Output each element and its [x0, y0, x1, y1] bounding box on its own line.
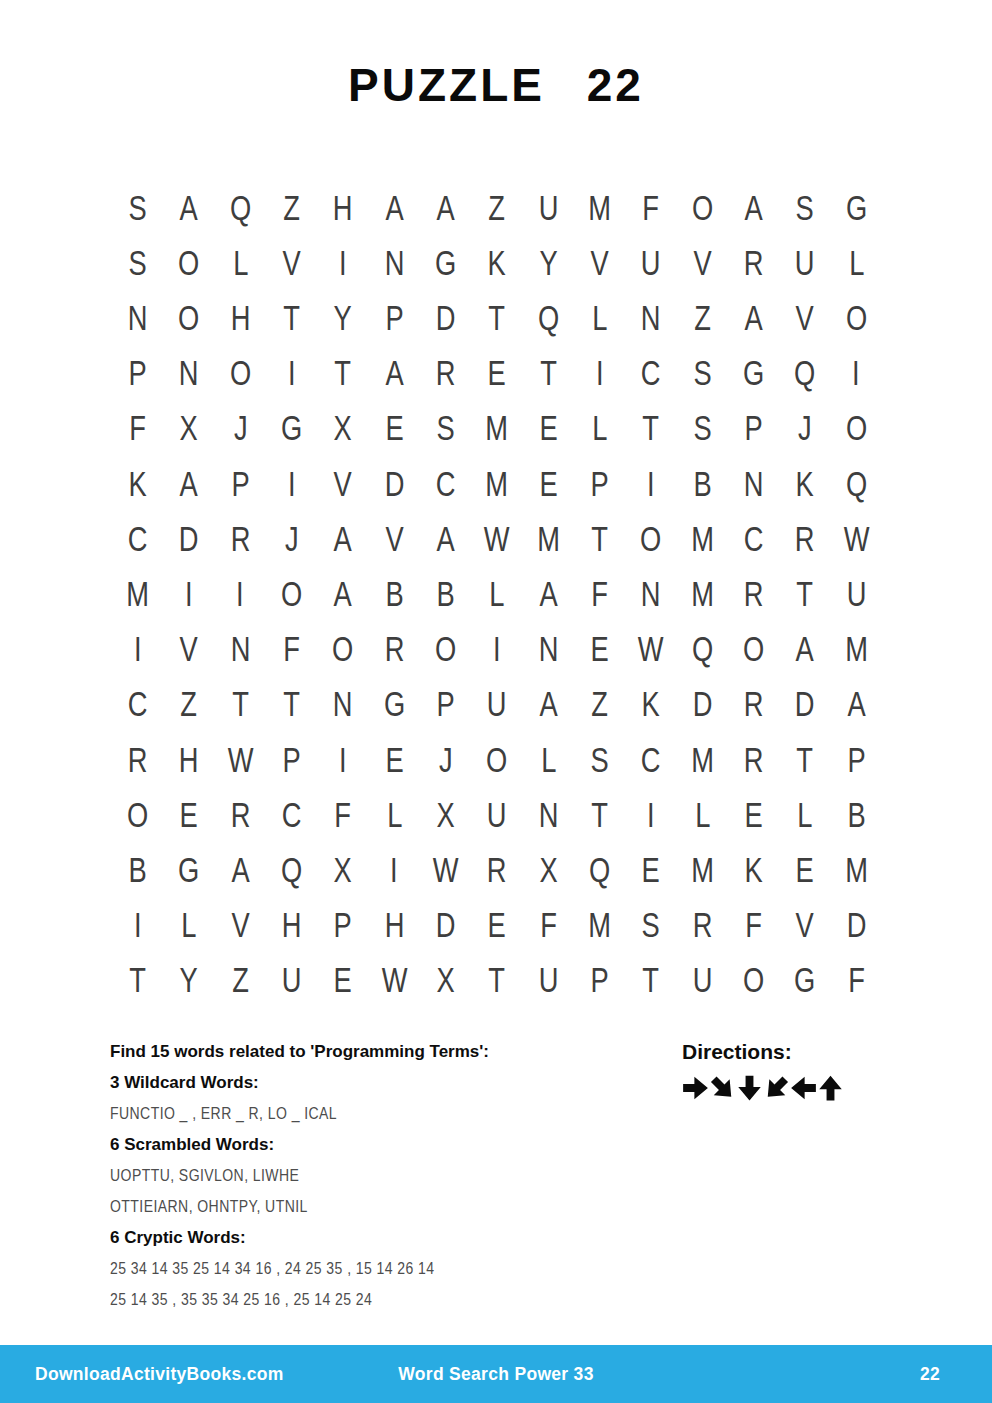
word-search-grid: SAQZHAAZUMFOASGSOLVINGKYVUVRULNOHTYPDTQL…	[112, 180, 882, 1008]
letter-cell: U	[266, 953, 317, 1008]
letter-cell: R	[215, 787, 266, 842]
letter-cell: N	[317, 677, 368, 732]
letter-cell: M	[831, 842, 882, 897]
letter-cell: M	[112, 566, 163, 621]
letter-cell: O	[677, 180, 728, 235]
letter-cell: O	[728, 953, 779, 1008]
letter-cell: J	[779, 401, 830, 456]
letter-cell: O	[471, 732, 522, 787]
letter-cell: E	[779, 842, 830, 897]
letter-cell: X	[317, 401, 368, 456]
letter-cell: B	[420, 566, 471, 621]
letter-cell: O	[163, 290, 214, 345]
letter-cell: A	[728, 290, 779, 345]
letter-cell: O	[317, 622, 368, 677]
down-right-arrow-icon	[709, 1070, 736, 1106]
scrambled-words-text-1: UOPTTU, SGIVLON, LIWHE	[110, 1160, 299, 1191]
letter-cell: Z	[266, 180, 317, 235]
letter-cell: R	[677, 898, 728, 953]
letter-cell: D	[420, 290, 471, 345]
letter-cell: I	[163, 566, 214, 621]
letter-cell: V	[574, 235, 625, 290]
letter-cell: O	[831, 290, 882, 345]
letter-cell: P	[112, 346, 163, 401]
letter-cell: L	[831, 235, 882, 290]
letter-cell: A	[420, 511, 471, 566]
cryptic-words-list-1: 25 34 14 35 25 14 34 16 , 24 25 35 , 15 …	[110, 1253, 670, 1284]
letter-cell: G	[369, 677, 420, 732]
letter-cell: R	[728, 732, 779, 787]
letter-cell: T	[266, 677, 317, 732]
letter-cell: T	[112, 953, 163, 1008]
letter-cell: P	[215, 456, 266, 511]
scrambled-words-label: 6 Scrambled Words:	[110, 1129, 670, 1160]
letter-cell: V	[779, 290, 830, 345]
letter-cell: C	[266, 787, 317, 842]
letter-cell: T	[266, 290, 317, 345]
letter-cell: B	[369, 566, 420, 621]
letter-cell: M	[677, 732, 728, 787]
letter-cell: I	[574, 346, 625, 401]
letter-cell: H	[163, 732, 214, 787]
cryptic-words-label: 6 Cryptic Words:	[110, 1222, 670, 1253]
letter-cell: N	[369, 235, 420, 290]
letter-cell: E	[163, 787, 214, 842]
letter-cell: P	[369, 290, 420, 345]
letter-cell: F	[523, 898, 574, 953]
letter-cell: I	[215, 566, 266, 621]
letter-cell: R	[728, 566, 779, 621]
letter-cell: O	[266, 566, 317, 621]
directions-section: Directions:	[682, 1036, 844, 1106]
letter-cell: U	[831, 566, 882, 621]
letter-cell: S	[420, 401, 471, 456]
letter-cell: C	[625, 346, 676, 401]
direction-arrows	[682, 1070, 844, 1106]
cryptic-words-text-1: 25 34 14 35 25 14 34 16 , 24 25 35 , 15 …	[110, 1253, 435, 1284]
letter-cell: A	[163, 180, 214, 235]
letter-cell: N	[163, 346, 214, 401]
letter-cell: T	[574, 787, 625, 842]
down-left-arrow-icon	[763, 1070, 790, 1106]
letter-cell: S	[112, 235, 163, 290]
letter-cell: U	[625, 235, 676, 290]
letter-cell: A	[317, 566, 368, 621]
footer-website: DownloadActivityBooks.com	[35, 1364, 284, 1385]
letter-cell: N	[523, 622, 574, 677]
letter-cell: B	[112, 842, 163, 897]
letter-cell: S	[677, 346, 728, 401]
letter-cell: I	[625, 787, 676, 842]
letter-cell: K	[112, 456, 163, 511]
letter-cell: M	[523, 511, 574, 566]
letter-cell: N	[215, 622, 266, 677]
letter-cell: M	[677, 842, 728, 897]
scrambled-words-text-2: OTTIEIARN, OHNTPY, UTNIL	[110, 1191, 308, 1222]
letter-cell: F	[112, 401, 163, 456]
letter-cell: R	[728, 235, 779, 290]
letter-cell: M	[831, 622, 882, 677]
letter-cell: N	[728, 456, 779, 511]
letter-cell: G	[163, 842, 214, 897]
letter-cell: Q	[831, 456, 882, 511]
letter-cell: F	[625, 180, 676, 235]
letter-cell: T	[317, 346, 368, 401]
letter-cell: H	[215, 290, 266, 345]
letter-cell: I	[625, 456, 676, 511]
scrambled-words-list-1: UOPTTU, SGIVLON, LIWHE	[110, 1160, 670, 1191]
letter-cell: A	[831, 677, 882, 732]
letter-cell: M	[677, 511, 728, 566]
letter-cell: Q	[574, 842, 625, 897]
letter-cell: C	[112, 677, 163, 732]
letter-cell: U	[779, 235, 830, 290]
letter-cell: U	[471, 787, 522, 842]
cryptic-words-text-2: 25 14 35 , 35 35 34 25 16 , 25 14 25 24	[110, 1284, 372, 1315]
letter-cell: C	[625, 732, 676, 787]
letter-cell: M	[471, 401, 522, 456]
letter-cell: L	[523, 732, 574, 787]
letter-cell: I	[266, 456, 317, 511]
letter-cell: L	[574, 290, 625, 345]
letter-cell: N	[625, 290, 676, 345]
letter-cell: I	[266, 346, 317, 401]
letter-cell: Q	[779, 346, 830, 401]
letter-cell: Q	[215, 180, 266, 235]
find-words-label: Find 15 words related to 'Programming Te…	[110, 1036, 670, 1067]
letter-cell: I	[112, 898, 163, 953]
letter-cell: C	[728, 511, 779, 566]
letter-cell: T	[471, 290, 522, 345]
letter-cell: Y	[163, 953, 214, 1008]
letter-cell: L	[677, 787, 728, 842]
letter-cell: A	[369, 180, 420, 235]
letter-cell: T	[625, 401, 676, 456]
letter-cell: W	[625, 622, 676, 677]
letter-cell: G	[266, 401, 317, 456]
letter-cell: N	[523, 787, 574, 842]
letter-cell: C	[112, 511, 163, 566]
letter-cell: K	[779, 456, 830, 511]
letter-cell: A	[317, 511, 368, 566]
letter-cell: Z	[574, 677, 625, 732]
letter-cell: M	[574, 180, 625, 235]
letter-cell: H	[266, 898, 317, 953]
letter-cell: P	[420, 677, 471, 732]
letter-cell: O	[728, 622, 779, 677]
letter-cell: I	[471, 622, 522, 677]
letter-cell: R	[779, 511, 830, 566]
letter-cell: E	[369, 732, 420, 787]
letter-cell: J	[215, 401, 266, 456]
letter-cell: T	[471, 953, 522, 1008]
letter-cell: X	[317, 842, 368, 897]
letter-cell: X	[420, 787, 471, 842]
letter-cell: A	[369, 346, 420, 401]
letter-cell: E	[369, 401, 420, 456]
letter-cell: X	[420, 953, 471, 1008]
letter-cell: N	[625, 566, 676, 621]
letter-cell: A	[215, 842, 266, 897]
letter-cell: M	[471, 456, 522, 511]
letter-cell: I	[831, 346, 882, 401]
letter-cell: H	[317, 180, 368, 235]
letter-cell: L	[369, 787, 420, 842]
letter-cell: M	[574, 898, 625, 953]
letter-cell: E	[317, 953, 368, 1008]
letter-cell: J	[266, 511, 317, 566]
letter-cell: P	[831, 732, 882, 787]
letter-cell: D	[369, 456, 420, 511]
letter-cell: F	[266, 622, 317, 677]
letter-cell: E	[574, 622, 625, 677]
letter-cell: Z	[163, 677, 214, 732]
letter-cell: P	[266, 732, 317, 787]
scrambled-words-list-2: OTTIEIARN, OHNTPY, UTNIL	[110, 1191, 670, 1222]
letter-cell: Y	[523, 235, 574, 290]
letter-cell: I	[317, 235, 368, 290]
letter-cell: F	[728, 898, 779, 953]
letter-cell: V	[163, 622, 214, 677]
letter-cell: O	[215, 346, 266, 401]
letter-cell: X	[523, 842, 574, 897]
letter-cell: A	[728, 180, 779, 235]
letter-cell: R	[728, 677, 779, 732]
footer-bar: DownloadActivityBooks.com Word Search Po…	[0, 1345, 992, 1403]
letter-cell: D	[779, 677, 830, 732]
letter-cell: W	[831, 511, 882, 566]
letter-cell: S	[677, 401, 728, 456]
footer-page-number: 22	[920, 1364, 940, 1385]
letter-cell: E	[523, 456, 574, 511]
letter-cell: O	[831, 401, 882, 456]
letter-cell: T	[625, 953, 676, 1008]
letter-cell: U	[523, 180, 574, 235]
letter-cell: G	[728, 346, 779, 401]
letter-cell: E	[523, 401, 574, 456]
letter-cell: V	[317, 456, 368, 511]
letter-cell: Z	[215, 953, 266, 1008]
letter-cell: I	[112, 622, 163, 677]
letter-cell: S	[574, 732, 625, 787]
letter-cell: P	[574, 456, 625, 511]
letter-cell: I	[317, 732, 368, 787]
letter-cell: U	[471, 677, 522, 732]
letter-cell: P	[574, 953, 625, 1008]
letter-cell: R	[112, 732, 163, 787]
letter-cell: Z	[471, 180, 522, 235]
letter-cell: K	[728, 842, 779, 897]
letter-cell: T	[215, 677, 266, 732]
letter-cell: D	[677, 677, 728, 732]
letter-cell: K	[471, 235, 522, 290]
letter-cell: V	[677, 235, 728, 290]
letter-cell: A	[779, 622, 830, 677]
letter-cell: K	[625, 677, 676, 732]
letter-cell: W	[471, 511, 522, 566]
letter-cell: U	[523, 953, 574, 1008]
letter-cell: A	[163, 456, 214, 511]
letter-cell: Y	[317, 290, 368, 345]
up-arrow-icon	[817, 1070, 844, 1106]
letter-cell: B	[831, 787, 882, 842]
letter-cell: V	[215, 898, 266, 953]
letter-cell: N	[112, 290, 163, 345]
letter-cell: L	[215, 235, 266, 290]
letter-cell: S	[112, 180, 163, 235]
wildcard-words-label: 3 Wildcard Words:	[110, 1067, 670, 1098]
letter-cell: O	[163, 235, 214, 290]
letter-cell: E	[471, 346, 522, 401]
clues-section: Find 15 words related to 'Programming Te…	[110, 1036, 670, 1315]
letter-cell: V	[266, 235, 317, 290]
letter-cell: O	[625, 511, 676, 566]
letter-cell: G	[831, 180, 882, 235]
letter-cell: D	[163, 511, 214, 566]
letter-cell: T	[574, 511, 625, 566]
letter-cell: F	[317, 787, 368, 842]
letter-cell: B	[677, 456, 728, 511]
letter-cell: L	[163, 898, 214, 953]
letter-cell: A	[523, 566, 574, 621]
letter-cell: Q	[523, 290, 574, 345]
letter-cell: R	[369, 622, 420, 677]
letter-cell: P	[317, 898, 368, 953]
letter-cell: E	[471, 898, 522, 953]
cryptic-words-list-2: 25 14 35 , 35 35 34 25 16 , 25 14 25 24	[110, 1284, 670, 1315]
letter-cell: I	[369, 842, 420, 897]
letter-cell: F	[574, 566, 625, 621]
letter-cell: J	[420, 732, 471, 787]
letter-cell: E	[728, 787, 779, 842]
letter-cell: P	[728, 401, 779, 456]
letter-cell: L	[574, 401, 625, 456]
letter-cell: Q	[677, 622, 728, 677]
letter-cell: R	[420, 346, 471, 401]
page-title: PUZZLE 22	[0, 57, 992, 112]
letter-cell: D	[420, 898, 471, 953]
letter-cell: W	[369, 953, 420, 1008]
letter-cell: M	[677, 566, 728, 621]
letter-cell: H	[369, 898, 420, 953]
letter-cell: F	[831, 953, 882, 1008]
letter-cell: T	[779, 732, 830, 787]
directions-label: Directions:	[682, 1036, 844, 1067]
letter-cell: R	[215, 511, 266, 566]
letter-cell: O	[420, 622, 471, 677]
letter-cell: G	[420, 235, 471, 290]
letter-cell: Q	[266, 842, 317, 897]
letter-cell: V	[369, 511, 420, 566]
letter-cell: C	[420, 456, 471, 511]
letter-cell: L	[471, 566, 522, 621]
letter-cell: T	[779, 566, 830, 621]
left-arrow-icon	[790, 1070, 817, 1106]
letter-cell: V	[779, 898, 830, 953]
letter-cell: G	[779, 953, 830, 1008]
letter-cell: D	[831, 898, 882, 953]
letter-cell: S	[779, 180, 830, 235]
letter-cell: A	[523, 677, 574, 732]
letter-cell: X	[163, 401, 214, 456]
letter-cell: L	[779, 787, 830, 842]
footer-book-title: Word Search Power 33	[398, 1364, 593, 1385]
letter-cell: T	[523, 346, 574, 401]
letter-cell: O	[112, 787, 163, 842]
letter-cell: E	[625, 842, 676, 897]
letter-cell: Z	[677, 290, 728, 345]
letter-cell: U	[677, 953, 728, 1008]
wildcard-words-list: FUNCTIO _ , ERR _ R, LO _ ICAL	[110, 1098, 670, 1129]
letter-cell: A	[420, 180, 471, 235]
letter-cell: S	[625, 898, 676, 953]
letter-cell: R	[471, 842, 522, 897]
wildcard-words-text: FUNCTIO _ , ERR _ R, LO _ ICAL	[110, 1098, 337, 1129]
puzzle-page: { "title": "PUZZLE 22", "game": "word-se…	[0, 0, 992, 1403]
letter-cell: W	[420, 842, 471, 897]
letter-cell: W	[215, 732, 266, 787]
